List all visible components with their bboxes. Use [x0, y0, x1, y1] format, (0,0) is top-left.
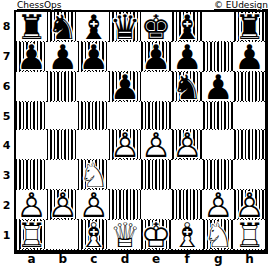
black-queen-d8: ♛ — [110, 12, 140, 42]
square-c5 — [78, 102, 109, 130]
white-pawn-f4: ♟♙ — [172, 130, 202, 160]
square-a5 — [16, 102, 47, 130]
black-pawn-g6: ♟ — [203, 72, 233, 102]
black-pawn-c7: ♟ — [79, 42, 109, 72]
black-pawn-d6: ♟ — [110, 72, 140, 102]
square-f1: ♝♗ — [172, 220, 203, 250]
square-g1: ♞♘ — [203, 220, 234, 250]
black-knight-f6: ♞ — [172, 72, 202, 102]
black-pawn-b7: ♟ — [47, 42, 77, 72]
square-h5 — [234, 102, 265, 130]
white-bishop-f1: ♝♗ — [172, 220, 202, 250]
rank-label-7: 7 — [0, 42, 13, 72]
white-queen-d1: ♛♕ — [110, 220, 140, 250]
rank-label-6: 6 — [0, 72, 13, 102]
square-b4 — [47, 130, 78, 160]
white-rook-outline: ♖ — [234, 220, 264, 250]
white-pawn-outline: ♙ — [141, 130, 171, 160]
square-d8: ♛ — [109, 12, 140, 42]
square-b7: ♟ — [47, 42, 78, 72]
square-g8 — [203, 12, 234, 42]
square-d4: ♟♙ — [109, 130, 140, 160]
rank-label-8: 8 — [0, 12, 13, 42]
square-g6: ♟ — [203, 72, 234, 102]
square-a1: ♜♖ — [16, 220, 47, 250]
rank-labels: 87654321 — [0, 12, 13, 250]
square-f4: ♟♙ — [172, 130, 203, 160]
square-d1: ♛♕ — [109, 220, 140, 250]
square-h7: ♟ — [234, 42, 265, 72]
white-pawn-outline: ♙ — [110, 130, 140, 160]
rank-label-2: 2 — [0, 191, 13, 221]
rank-label-5: 5 — [0, 101, 13, 131]
white-king-outline: ♔ — [141, 220, 171, 250]
rank-label-4: 4 — [0, 131, 13, 161]
square-b5 — [47, 102, 78, 130]
white-pawn-b2: ♟♙ — [47, 190, 77, 220]
square-c7: ♟ — [78, 42, 109, 72]
white-pawn-e4: ♟♙ — [141, 130, 171, 160]
square-h1: ♜♖ — [234, 220, 265, 250]
rank-label-1: 1 — [0, 220, 13, 250]
square-b2: ♟♙ — [47, 190, 78, 220]
board: ♜♞♝♛♚♝♜♟♟♟♟♟♟♟♞♟♟♙♟♙♟♙♞♘♟♙♟♙♟♙♟♙♟♙♜♖♝♗♛♕… — [16, 12, 265, 250]
white-knight-outline: ♘ — [203, 220, 233, 250]
black-pawn-a7: ♟ — [16, 42, 46, 72]
black-pawn-h7: ♟ — [234, 42, 264, 72]
white-king-e1: ♚♔ — [141, 220, 171, 250]
square-e7: ♟ — [141, 42, 172, 72]
white-bishop-outline: ♗ — [79, 220, 109, 250]
white-rook-outline: ♖ — [16, 220, 46, 250]
square-a7: ♟ — [16, 42, 47, 72]
white-rook-a1: ♜♖ — [16, 220, 46, 250]
square-a4 — [16, 130, 47, 160]
board-frame: ♜♞♝♛♚♝♜♟♟♟♟♟♟♟♞♟♟♙♟♙♟♙♞♘♟♙♟♙♟♙♟♙♟♙♜♖♝♗♛♕… — [14, 10, 268, 254]
chess-diagram-page: ChessOps © EUdesign 87654321 ♜♞♝♛♚♝♜♟♟♟♟… — [0, 0, 270, 270]
white-knight-g1: ♞♘ — [203, 220, 233, 250]
white-bishop-outline: ♗ — [172, 220, 202, 250]
square-h4 — [234, 130, 265, 160]
white-pawn-d4: ♟♙ — [110, 130, 140, 160]
white-pawn-outline: ♙ — [47, 190, 77, 220]
square-f6: ♞ — [172, 72, 203, 102]
file-label-b: b — [47, 253, 78, 266]
white-pawn-outline: ♙ — [172, 130, 202, 160]
square-d6: ♟ — [109, 72, 140, 102]
white-rook-h1: ♜♖ — [234, 220, 264, 250]
white-queen-outline: ♕ — [110, 220, 140, 250]
black-pawn-e7: ♟ — [141, 42, 171, 72]
square-e4: ♟♙ — [141, 130, 172, 160]
white-bishop-c1: ♝♗ — [79, 220, 109, 250]
square-c1: ♝♗ — [78, 220, 109, 250]
square-e1: ♚♔ — [141, 220, 172, 250]
rank-label-3: 3 — [0, 161, 13, 191]
square-g4 — [203, 130, 234, 160]
